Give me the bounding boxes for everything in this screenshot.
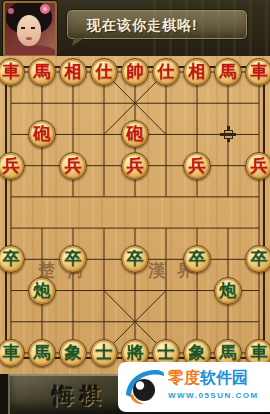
avatar-lips — [26, 37, 32, 40]
watermark-text: 零度软件园 WWW.05SUN.COM — [168, 368, 268, 400]
xiangqi-board[interactable]: 楚河 漢界 車馬相仕帥仕相馬車砲砲兵兵兵兵兵卒卒卒卒卒炮炮車馬象士將士象馬車 — [0, 56, 270, 374]
piece-red-馬[interactable]: 馬 — [28, 58, 56, 86]
piece-red-馬[interactable]: 馬 — [214, 58, 242, 86]
piece-red-相[interactable]: 相 — [183, 58, 211, 86]
status-speech-bubble: 现在该你走棋咯! — [66, 9, 248, 40]
piece-black-士[interactable]: 士 — [90, 339, 118, 367]
piece-red-兵[interactable]: 兵 — [245, 152, 270, 180]
piece-black-馬[interactable]: 馬 — [28, 339, 56, 367]
avatar-eyes — [21, 27, 37, 29]
last-move-crosshair — [219, 125, 237, 143]
piece-red-兵[interactable]: 兵 — [0, 152, 25, 180]
piece-red-兵[interactable]: 兵 — [59, 152, 87, 180]
piece-red-帥[interactable]: 帥 — [121, 58, 149, 86]
brand-name-part1: 零度 — [168, 369, 200, 386]
piece-black-象[interactable]: 象 — [59, 339, 87, 367]
site-watermark: 零度软件园 WWW.05SUN.COM — [118, 362, 270, 412]
watermark-url: WWW.05SUN.COM — [168, 391, 268, 400]
top-bar: 现在该你走棋咯! — [0, 0, 270, 56]
opponent-avatar — [3, 1, 57, 57]
piece-red-仕[interactable]: 仕 — [152, 58, 180, 86]
brand-name-part2: 软件园 — [200, 369, 248, 386]
piece-black-炮[interactable]: 炮 — [214, 277, 242, 305]
piece-red-仕[interactable]: 仕 — [90, 58, 118, 86]
piece-red-車[interactable]: 車 — [245, 58, 270, 86]
piece-black-炮[interactable]: 炮 — [28, 277, 56, 305]
avatar-hair-flower-small — [43, 7, 47, 11]
eye-logo-icon — [124, 368, 166, 406]
undo-move-button[interactable]: 悔棋 — [32, 380, 128, 412]
piece-red-相[interactable]: 相 — [59, 58, 87, 86]
xiangqi-game-window: 现在该你走棋咯! 楚河 漢界 車馬相仕帥仕相馬車砲砲兵兵兵兵兵卒卒卒卒卒炮炮車馬… — [0, 0, 270, 414]
piece-red-兵[interactable]: 兵 — [183, 152, 211, 180]
piece-black-卒[interactable]: 卒 — [245, 245, 270, 273]
avatar-face — [17, 15, 41, 46]
piece-red-兵[interactable]: 兵 — [121, 152, 149, 180]
board-grid — [0, 56, 270, 374]
